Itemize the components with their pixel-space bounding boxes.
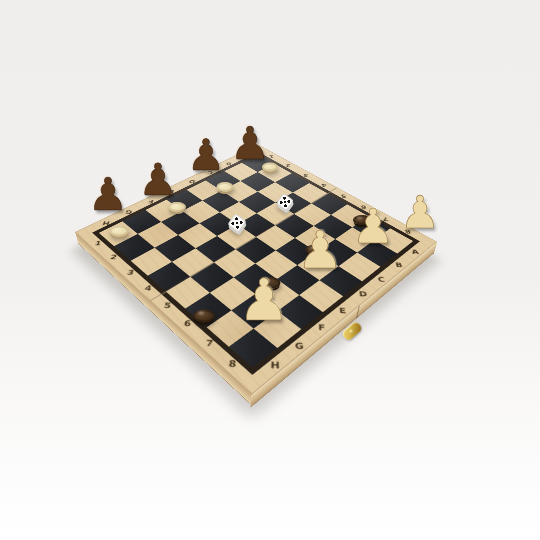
file-label-far-A: A	[241, 153, 250, 158]
square-h6	[185, 293, 231, 327]
square-e8	[299, 280, 343, 312]
file-label-far-G: G	[124, 209, 134, 215]
rank-label-right-8: 8	[403, 228, 413, 234]
rank-label-right-2: 2	[284, 163, 293, 168]
rank-label-left-8: 8	[226, 359, 239, 370]
square-h4	[148, 262, 191, 292]
rank-label-left-2: 2	[108, 254, 118, 261]
square-f6	[233, 264, 276, 294]
product-photo: 11HH22GG33FF44EE55DD66CC77BB88AA ♟♟♟♟♟♟♟…	[0, 0, 540, 540]
square-g4	[172, 248, 214, 276]
folding-game-board: 11HH22GG33FF44EE55DD66CC77BB88AA	[75, 145, 438, 395]
file-label-far-F: F	[146, 199, 155, 205]
file-label-far-C: C	[206, 170, 215, 175]
file-label-near-C: C	[376, 276, 388, 284]
square-h7	[206, 310, 253, 347]
rank-label-right-7: 7	[380, 216, 390, 222]
rank-label-right-3: 3	[301, 173, 310, 178]
file-label-far-B: B	[224, 161, 233, 166]
rank-label-left-5: 5	[161, 301, 173, 310]
square-d6	[276, 238, 316, 265]
square-h3	[130, 247, 172, 275]
square-f5	[214, 249, 256, 277]
rank-label-left-7: 7	[203, 339, 216, 349]
square-c8	[339, 253, 381, 282]
square-d7	[297, 252, 339, 280]
square-h8	[229, 328, 278, 367]
square-e7	[276, 265, 319, 295]
file-label-far-D: D	[187, 179, 197, 185]
rank-label-left-3: 3	[125, 269, 136, 277]
square-c7	[316, 239, 356, 266]
file-label-near-F: F	[315, 324, 327, 334]
rank-label-right-1: 1	[267, 154, 275, 158]
square-d8	[319, 266, 362, 296]
square-f4	[195, 236, 235, 263]
square-e6	[255, 251, 297, 279]
file-label-far-E: E	[167, 189, 176, 194]
square-e5	[235, 237, 275, 264]
square-f7	[255, 279, 299, 311]
rank-label-right-5: 5	[339, 193, 348, 198]
rank-label-left-4: 4	[143, 285, 154, 293]
square-b8	[357, 240, 397, 267]
checkerboard-grid	[99, 155, 413, 368]
rank-label-left-6: 6	[182, 319, 194, 329]
square-h2	[114, 234, 154, 261]
square-g7	[231, 294, 277, 328]
square-g3	[155, 235, 195, 262]
square-g8	[254, 311, 301, 348]
board-top-face: 11HH22GG33FF44EE55DD66CC77BB88AA	[75, 145, 438, 395]
file-label-near-E: E	[337, 307, 349, 316]
square-g6	[210, 278, 254, 310]
square-f8	[277, 295, 323, 329]
rank-label-left-1: 1	[93, 240, 103, 247]
rank-label-right-6: 6	[359, 204, 369, 210]
square-g5	[191, 263, 234, 293]
file-label-far-H: H	[101, 220, 112, 227]
square-h5	[166, 277, 210, 309]
rank-label-right-4: 4	[320, 182, 329, 187]
